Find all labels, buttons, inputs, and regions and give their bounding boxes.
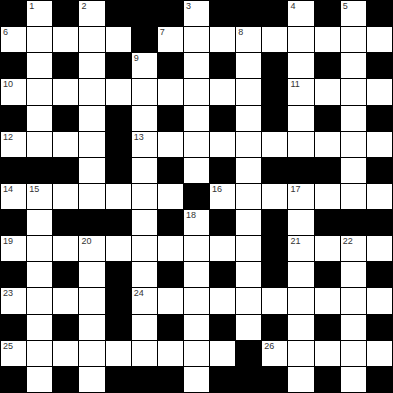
cell-r14c13[interactable] [341, 367, 366, 392]
cell-r0c11[interactable]: 4 [288, 1, 313, 26]
black-cell-r8c0 [1, 210, 26, 235]
black-cell-r8c3 [79, 210, 104, 235]
black-cell-r14c14 [367, 367, 392, 392]
black-cell-r12c0 [1, 315, 26, 340]
clue-number-16: 16 [212, 184, 222, 195]
black-cell-r0c6 [158, 1, 183, 26]
cell-r11c13[interactable] [341, 288, 366, 313]
cell-r10c9[interactable] [236, 262, 261, 287]
cell-r3c1[interactable] [27, 79, 52, 104]
clue-number-25: 25 [3, 341, 13, 352]
cell-r12c1[interactable] [27, 315, 52, 340]
black-cell-r8c4 [106, 210, 131, 235]
cell-r7c12[interactable] [315, 184, 340, 209]
cell-r1c8[interactable] [210, 27, 235, 52]
black-cell-r14c4 [106, 367, 131, 392]
cell-r5c9[interactable] [236, 132, 261, 157]
black-cell-r2c12 [315, 53, 340, 78]
cell-r2c7[interactable] [184, 53, 209, 78]
cell-r8c7[interactable]: 18 [184, 210, 209, 235]
cell-r10c1[interactable] [27, 262, 52, 287]
black-cell-r10c14 [367, 262, 392, 287]
cell-r3c9[interactable] [236, 79, 261, 104]
cell-r2c9[interactable] [236, 53, 261, 78]
clue-number-12: 12 [3, 132, 13, 143]
cell-r7c6[interactable] [158, 184, 183, 209]
cell-r10c13[interactable] [341, 262, 366, 287]
clue-number-17: 17 [290, 184, 300, 195]
cell-r1c3[interactable] [79, 27, 104, 52]
black-cell-r7c7 [184, 184, 209, 209]
cell-r2c3[interactable] [79, 53, 104, 78]
cell-r1c10[interactable] [262, 27, 287, 52]
crossword-grid: 1234567891011121314151617181920212223242… [0, 0, 393, 393]
cell-r9c2[interactable] [53, 236, 78, 261]
cell-r9c6[interactable] [158, 236, 183, 261]
cell-r9c4[interactable] [106, 236, 131, 261]
cell-r3c14[interactable] [367, 79, 392, 104]
cell-r10c5[interactable] [132, 262, 157, 287]
cell-r8c5[interactable] [132, 210, 157, 235]
cell-r7c10[interactable] [262, 184, 287, 209]
black-cell-r10c10 [262, 262, 287, 287]
black-cell-r11c4 [106, 288, 131, 313]
cell-r13c13[interactable] [341, 341, 366, 366]
cell-r1c9[interactable]: 8 [236, 27, 261, 52]
black-cell-r12c14 [367, 315, 392, 340]
black-cell-r14c12 [315, 367, 340, 392]
cell-r11c1[interactable] [27, 288, 52, 313]
black-cell-r4c0 [1, 106, 26, 131]
black-cell-r8c8 [210, 210, 235, 235]
black-cell-r2c14 [367, 53, 392, 78]
cell-r14c1[interactable] [27, 367, 52, 392]
black-cell-r0c2 [53, 1, 78, 26]
cell-r6c3[interactable] [79, 158, 104, 183]
clue-number-10: 10 [3, 79, 13, 90]
black-cell-r2c4 [106, 53, 131, 78]
cell-r11c12[interactable] [315, 288, 340, 313]
cell-r13c2[interactable] [53, 341, 78, 366]
cell-r3c2[interactable] [53, 79, 78, 104]
cell-r11c2[interactable] [53, 288, 78, 313]
black-cell-r6c1 [27, 158, 52, 183]
cell-r12c11[interactable] [288, 315, 313, 340]
cell-r10c7[interactable] [184, 262, 209, 287]
black-cell-r0c14 [367, 1, 392, 26]
black-cell-r6c14 [367, 158, 392, 183]
cell-r11c6[interactable] [158, 288, 183, 313]
cell-r13c1[interactable] [27, 341, 52, 366]
black-cell-r8c13 [341, 210, 366, 235]
black-cell-r14c9 [236, 367, 261, 392]
cell-r4c7[interactable] [184, 106, 209, 131]
cell-r9c14[interactable] [367, 236, 392, 261]
black-cell-r10c6 [158, 262, 183, 287]
cell-r11c7[interactable] [184, 288, 209, 313]
cell-r13c10[interactable]: 26 [262, 341, 287, 366]
cell-r11c0[interactable]: 23 [1, 288, 26, 313]
cell-r13c3[interactable] [79, 341, 104, 366]
cell-r1c6[interactable]: 7 [158, 27, 183, 52]
black-cell-r5c4 [106, 132, 131, 157]
black-cell-r0c0 [1, 1, 26, 26]
cell-r5c1[interactable] [27, 132, 52, 157]
black-cell-r4c8 [210, 106, 235, 131]
cell-r14c11[interactable] [288, 367, 313, 392]
black-cell-r12c10 [262, 315, 287, 340]
cell-r10c3[interactable] [79, 262, 104, 287]
cell-r2c13[interactable] [341, 53, 366, 78]
cell-r6c9[interactable] [236, 158, 261, 183]
cell-r7c2[interactable] [53, 184, 78, 209]
black-cell-r10c12 [315, 262, 340, 287]
clue-number-3: 3 [186, 1, 191, 12]
cell-r11c10[interactable] [262, 288, 287, 313]
cell-r1c4[interactable] [106, 27, 131, 52]
cell-r7c5[interactable] [132, 184, 157, 209]
black-cell-r12c2 [53, 315, 78, 340]
cell-r7c9[interactable] [236, 184, 261, 209]
cell-r12c7[interactable] [184, 315, 209, 340]
black-cell-r8c2 [53, 210, 78, 235]
clue-number-19: 19 [3, 236, 13, 247]
black-cell-r6c11 [288, 158, 313, 183]
black-cell-r6c4 [106, 158, 131, 183]
clue-number-22: 22 [343, 236, 353, 247]
black-cell-r2c10 [262, 53, 287, 78]
cell-r7c13[interactable] [341, 184, 366, 209]
black-cell-r3c10 [262, 79, 287, 104]
black-cell-r6c10 [262, 158, 287, 183]
black-cell-r0c4 [106, 1, 131, 26]
clue-number-7: 7 [160, 27, 165, 38]
cell-r9c9[interactable] [236, 236, 261, 261]
cell-r5c13[interactable] [341, 132, 366, 157]
cell-r3c13[interactable] [341, 79, 366, 104]
cell-r1c13[interactable] [341, 27, 366, 52]
cell-r9c1[interactable] [27, 236, 52, 261]
black-cell-r0c8 [210, 1, 235, 26]
clue-number-20: 20 [81, 236, 91, 247]
cell-r11c14[interactable] [367, 288, 392, 313]
cell-r3c3[interactable] [79, 79, 104, 104]
clue-number-4: 4 [290, 1, 295, 12]
black-cell-r6c8 [210, 158, 235, 183]
cell-r7c4[interactable] [106, 184, 131, 209]
cell-r4c1[interactable] [27, 106, 52, 131]
black-cell-r13c9 [236, 341, 261, 366]
black-cell-r2c8 [210, 53, 235, 78]
clue-number-11: 11 [290, 79, 299, 90]
cell-r5c8[interactable] [210, 132, 235, 157]
cell-r5c10[interactable] [262, 132, 287, 157]
cell-r1c14[interactable] [367, 27, 392, 52]
black-cell-r10c8 [210, 262, 235, 287]
black-cell-r0c12 [315, 1, 340, 26]
cell-r9c7[interactable] [184, 236, 209, 261]
cell-r9c13[interactable]: 22 [341, 236, 366, 261]
cell-r5c7[interactable] [184, 132, 209, 157]
clue-number-9: 9 [134, 53, 139, 64]
black-cell-r4c14 [367, 106, 392, 131]
cell-r4c3[interactable] [79, 106, 104, 131]
cell-r1c1[interactable] [27, 27, 52, 52]
cell-r5c14[interactable] [367, 132, 392, 157]
clue-number-24: 24 [134, 288, 144, 299]
cell-r0c1[interactable]: 1 [27, 1, 52, 26]
cell-r3c0[interactable]: 10 [1, 79, 26, 104]
cell-r7c8[interactable]: 16 [210, 184, 235, 209]
black-cell-r10c0 [1, 262, 26, 287]
cell-r11c11[interactable] [288, 288, 313, 313]
black-cell-r4c12 [315, 106, 340, 131]
black-cell-r4c10 [262, 106, 287, 131]
cell-r10c11[interactable] [288, 262, 313, 287]
black-cell-r14c0 [1, 367, 26, 392]
cell-r12c5[interactable] [132, 315, 157, 340]
cell-r6c7[interactable] [184, 158, 209, 183]
cell-r1c2[interactable] [53, 27, 78, 52]
cell-r8c11[interactable] [288, 210, 313, 235]
black-cell-r14c10 [262, 367, 287, 392]
cell-r6c13[interactable] [341, 158, 366, 183]
cell-r5c2[interactable] [53, 132, 78, 157]
cell-r11c5[interactable]: 24 [132, 288, 157, 313]
clue-number-21: 21 [290, 236, 300, 247]
cell-r13c5[interactable] [132, 341, 157, 366]
clue-number-1: 1 [29, 1, 34, 12]
cell-r12c3[interactable] [79, 315, 104, 340]
cell-r0c7[interactable]: 3 [184, 1, 209, 26]
black-cell-r6c2 [53, 158, 78, 183]
black-cell-r0c10 [262, 1, 287, 26]
cell-r6c5[interactable] [132, 158, 157, 183]
cell-r1c0[interactable]: 6 [1, 27, 26, 52]
black-cell-r1c5 [132, 27, 157, 52]
cell-r8c9[interactable] [236, 210, 261, 235]
cell-r3c5[interactable] [132, 79, 157, 104]
black-cell-r6c0 [1, 158, 26, 183]
black-cell-r12c4 [106, 315, 131, 340]
cell-r7c1[interactable]: 15 [27, 184, 52, 209]
cell-r5c5[interactable]: 13 [132, 132, 157, 157]
black-cell-r8c14 [367, 210, 392, 235]
black-cell-r12c6 [158, 315, 183, 340]
clue-number-23: 23 [3, 288, 13, 299]
cell-r11c9[interactable] [236, 288, 261, 313]
black-cell-r14c2 [53, 367, 78, 392]
cell-r13c14[interactable] [367, 341, 392, 366]
black-cell-r8c10 [262, 210, 287, 235]
cell-r13c12[interactable] [315, 341, 340, 366]
cell-r5c3[interactable] [79, 132, 104, 157]
cell-r9c12[interactable] [315, 236, 340, 261]
black-cell-r12c12 [315, 315, 340, 340]
cell-r13c11[interactable] [288, 341, 313, 366]
cell-r3c8[interactable] [210, 79, 235, 104]
black-cell-r0c5 [132, 1, 157, 26]
cell-r4c13[interactable] [341, 106, 366, 131]
cell-r7c11[interactable]: 17 [288, 184, 313, 209]
cell-r9c0[interactable]: 19 [1, 236, 26, 261]
black-cell-r4c6 [158, 106, 183, 131]
cell-r13c8[interactable] [210, 341, 235, 366]
cell-r5c12[interactable] [315, 132, 340, 157]
cell-r9c5[interactable] [132, 236, 157, 261]
cell-r9c8[interactable] [210, 236, 235, 261]
cell-r0c13[interactable]: 5 [341, 1, 366, 26]
black-cell-r14c5 [132, 367, 157, 392]
black-cell-r14c8 [210, 367, 235, 392]
cell-r2c11[interactable] [288, 53, 313, 78]
cell-r3c6[interactable] [158, 79, 183, 104]
cell-r4c9[interactable] [236, 106, 261, 131]
clue-number-26: 26 [264, 341, 274, 352]
black-cell-r10c2 [53, 262, 78, 287]
cell-r3c12[interactable] [315, 79, 340, 104]
cell-r9c11[interactable]: 21 [288, 236, 313, 261]
cell-r5c6[interactable] [158, 132, 183, 157]
black-cell-r8c6 [158, 210, 183, 235]
cell-r13c4[interactable] [106, 341, 131, 366]
cell-r12c9[interactable] [236, 315, 261, 340]
black-cell-r14c6 [158, 367, 183, 392]
black-cell-r2c2 [53, 53, 78, 78]
clue-number-14: 14 [3, 184, 13, 195]
cell-r3c4[interactable] [106, 79, 131, 104]
cell-r11c8[interactable] [210, 288, 235, 313]
cell-r7c14[interactable] [367, 184, 392, 209]
cell-r7c0[interactable]: 14 [1, 184, 26, 209]
cell-r7c3[interactable] [79, 184, 104, 209]
cell-r12c13[interactable] [341, 315, 366, 340]
black-cell-r2c6 [158, 53, 183, 78]
black-cell-r12c8 [210, 315, 235, 340]
black-cell-r4c4 [106, 106, 131, 131]
clue-number-13: 13 [134, 132, 144, 143]
cell-r4c11[interactable] [288, 106, 313, 131]
cell-r13c0[interactable]: 25 [1, 341, 26, 366]
cell-r1c7[interactable] [184, 27, 209, 52]
cell-r3c11[interactable]: 11 [288, 79, 313, 104]
black-cell-r0c9 [236, 1, 261, 26]
cell-r13c7[interactable] [184, 341, 209, 366]
black-cell-r6c6 [158, 158, 183, 183]
cell-r14c7[interactable] [184, 367, 209, 392]
black-cell-r10c4 [106, 262, 131, 287]
clue-number-2: 2 [81, 1, 86, 12]
cell-r9c3[interactable]: 20 [79, 236, 104, 261]
cell-r5c11[interactable] [288, 132, 313, 157]
cell-r5c0[interactable]: 12 [1, 132, 26, 157]
cell-r4c5[interactable] [132, 106, 157, 131]
black-cell-r9c10 [262, 236, 287, 261]
cell-r0c3[interactable]: 2 [79, 1, 104, 26]
clue-number-15: 15 [29, 184, 39, 195]
cell-r1c12[interactable] [315, 27, 340, 52]
cell-r11c3[interactable] [79, 288, 104, 313]
cell-r2c1[interactable] [27, 53, 52, 78]
cell-r13c6[interactable] [158, 341, 183, 366]
cell-r3c7[interactable] [184, 79, 209, 104]
black-cell-r2c0 [1, 53, 26, 78]
cell-r14c3[interactable] [79, 367, 104, 392]
clue-number-18: 18 [186, 210, 196, 221]
clue-number-6: 6 [3, 27, 8, 38]
black-cell-r6c12 [315, 158, 340, 183]
cell-r2c5[interactable]: 9 [132, 53, 157, 78]
black-cell-r8c12 [315, 210, 340, 235]
clue-number-5: 5 [343, 1, 348, 12]
cell-r8c1[interactable] [27, 210, 52, 235]
clue-number-8: 8 [238, 27, 243, 38]
black-cell-r4c2 [53, 106, 78, 131]
cell-r1c11[interactable] [288, 27, 313, 52]
